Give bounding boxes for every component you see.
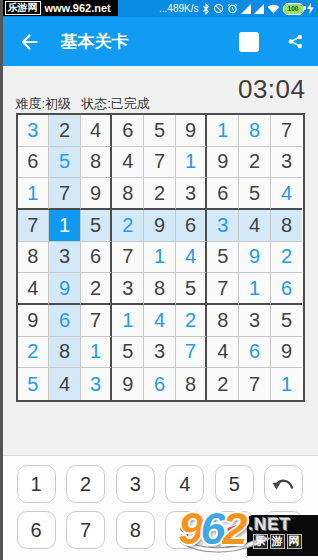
cell-r3c5[interactable]: 2 — [144, 178, 176, 210]
cell-r3c7[interactable]: 6 — [207, 178, 239, 210]
wifi-icon — [267, 4, 280, 14]
cell-r5c6[interactable]: 4 — [176, 242, 208, 274]
pad-button-6[interactable]: 6 — [17, 511, 56, 549]
cell-r2c7[interactable]: 9 — [207, 147, 239, 179]
cell-r7c3[interactable]: 7 — [81, 305, 113, 337]
cell-r4c9[interactable]: 8 — [271, 210, 303, 242]
pad-button-5[interactable]: 5 — [215, 465, 254, 503]
cell-r6c3[interactable]: 2 — [81, 273, 113, 305]
do-not-disturb-icon — [213, 3, 224, 14]
cell-r1c3[interactable]: 4 — [81, 115, 113, 147]
watermark-site-text: 乐游网 — [253, 534, 304, 549]
pad-button-4[interactable]: 4 — [165, 465, 204, 503]
cell-r6c2[interactable]: 9 — [49, 273, 81, 305]
cell-r5c7[interactable]: 5 — [207, 242, 239, 274]
cell-r1c5[interactable]: 5 — [144, 115, 176, 147]
cell-r2c6[interactable]: 1 — [176, 147, 208, 179]
cell-r8c5[interactable]: 3 — [144, 337, 176, 369]
app-bar: 基本关卡 — [3, 17, 318, 66]
cell-r3c1[interactable]: 1 — [18, 178, 50, 210]
cell-r8c6[interactable]: 7 — [176, 337, 208, 369]
cell-r2c1[interactable]: 6 — [18, 147, 50, 179]
level-grid-icon[interactable] — [239, 32, 259, 52]
cell-r2c2[interactable]: 5 — [49, 147, 81, 179]
cell-r1c4[interactable]: 6 — [112, 115, 144, 147]
pad-button-3[interactable]: 3 — [116, 465, 155, 503]
cell-r3c4[interactable]: 8 — [112, 178, 144, 210]
cell-r3c6[interactable]: 3 — [176, 178, 208, 210]
cell-r7c2[interactable]: 6 — [49, 305, 81, 337]
battery-level: 100 — [288, 5, 299, 12]
game-info: 难度:初级状态:已完成 — [16, 95, 160, 113]
difficulty-label: 难度:初级 — [16, 96, 72, 111]
cell-r7c4[interactable]: 1 — [112, 305, 144, 337]
cell-r3c9[interactable]: 4 — [271, 178, 303, 210]
signal-icon-sim2 — [254, 4, 264, 14]
cell-r9c3[interactable]: 3 — [81, 368, 113, 400]
cell-r8c9[interactable]: 9 — [271, 337, 303, 369]
watermark-top: 乐游网 www.962.net — [3, 0, 118, 16]
cell-r4c7[interactable]: 3 — [207, 210, 239, 242]
cell-r9c7[interactable]: 2 — [207, 368, 239, 400]
cell-r5c3[interactable]: 6 — [81, 242, 113, 274]
cell-r4c5[interactable]: 9 — [144, 210, 176, 242]
signal-icon-sim1 — [241, 4, 251, 14]
cell-r5c1[interactable]: 8 — [18, 242, 50, 274]
undo-arrow-icon — [272, 476, 296, 493]
watermark-bottom: 962 .NET 乐游网 — [177, 508, 318, 556]
cell-r2c3[interactable]: 8 — [81, 147, 113, 179]
number-pad-row-1: 12345 — [17, 465, 304, 503]
cell-r5c5[interactable]: 1 — [144, 242, 176, 274]
cell-r9c2[interactable]: 4 — [49, 368, 81, 400]
cell-r5c2[interactable]: 3 — [49, 242, 81, 274]
cell-r2c8[interactable]: 2 — [239, 147, 271, 179]
cell-r9c5[interactable]: 6 — [144, 368, 176, 400]
cell-r5c8[interactable]: 9 — [239, 242, 271, 274]
cell-r9c6[interactable]: 8 — [176, 368, 208, 400]
charging-icon — [307, 3, 314, 14]
cell-r6c1[interactable]: 4 — [18, 273, 50, 305]
cell-r8c1[interactable]: 2 — [18, 337, 50, 369]
cell-r9c8[interactable]: 7 — [239, 368, 271, 400]
watermark-url-text: www.962.net — [45, 2, 111, 14]
cell-r8c3[interactable]: 1 — [81, 337, 113, 369]
pad-button-2[interactable]: 2 — [66, 465, 105, 503]
cell-r7c1[interactable]: 9 — [18, 305, 50, 337]
cell-r7c8[interactable]: 3 — [239, 305, 271, 337]
cell-r3c3[interactable]: 9 — [81, 178, 113, 210]
cell-r9c4[interactable]: 9 — [112, 368, 144, 400]
cell-r2c9[interactable]: 3 — [271, 147, 303, 179]
cell-r8c8[interactable]: 6 — [239, 337, 271, 369]
cell-r7c9[interactable]: 5 — [271, 305, 303, 337]
cell-r3c2[interactable]: 7 — [49, 178, 81, 210]
cell-r4c2[interactable]: 1 — [49, 210, 81, 242]
network-speed-text: ...489K/s — [159, 4, 198, 14]
cell-r7c5[interactable]: 4 — [144, 305, 176, 337]
back-button[interactable] — [17, 31, 39, 53]
page-title: 基本关卡 — [61, 30, 239, 53]
status-label: 状态:已完成 — [81, 96, 150, 111]
cell-r4c8[interactable]: 4 — [239, 210, 271, 242]
battery-icon: 100 — [283, 3, 304, 15]
cell-r8c7[interactable]: 4 — [207, 337, 239, 369]
watermark-site-badge: 乐游网 — [5, 1, 41, 15]
cell-r7c7[interactable]: 8 — [207, 305, 239, 337]
alarm-icon — [227, 3, 238, 14]
sudoku-board: 3246591876584719231798236547152963488367… — [16, 113, 305, 402]
watermark-962-text: 962 — [179, 505, 245, 553]
cell-r6c5[interactable]: 8 — [144, 273, 176, 305]
cell-r8c4[interactable]: 5 — [112, 337, 144, 369]
cell-r5c9[interactable]: 2 — [271, 242, 303, 274]
cell-r3c8[interactable]: 5 — [239, 178, 271, 210]
cell-r4c6[interactable]: 6 — [176, 210, 208, 242]
cell-r4c1[interactable]: 7 — [18, 210, 50, 242]
cell-r1c2[interactable]: 2 — [49, 115, 81, 147]
cell-r4c4[interactable]: 2 — [112, 210, 144, 242]
cell-r6c9[interactable]: 6 — [271, 273, 303, 305]
cell-r1c6[interactable]: 9 — [176, 115, 208, 147]
watermark-net-text: .NET — [249, 515, 292, 535]
cell-r9c1[interactable]: 5 — [18, 368, 50, 400]
cell-r1c7[interactable]: 1 — [207, 115, 239, 147]
cell-r2c4[interactable]: 4 — [112, 147, 144, 179]
cell-r4c3[interactable]: 5 — [81, 210, 113, 242]
cell-r6c4[interactable]: 3 — [112, 273, 144, 305]
undo-button[interactable] — [264, 465, 303, 503]
pad-button-1[interactable]: 1 — [17, 465, 56, 503]
pad-button-7[interactable]: 7 — [66, 511, 105, 549]
cell-r1c1[interactable]: 3 — [18, 115, 50, 147]
cell-r8c2[interactable]: 8 — [49, 337, 81, 369]
cell-r1c8[interactable]: 8 — [239, 115, 271, 147]
cell-r7c6[interactable]: 2 — [176, 305, 208, 337]
cell-r6c8[interactable]: 1 — [239, 273, 271, 305]
share-icon[interactable] — [287, 33, 304, 50]
timer-display: 03:04 — [238, 74, 306, 105]
pad-button-8[interactable]: 8 — [116, 511, 155, 549]
bluetooth-icon — [202, 3, 210, 15]
cell-r1c9[interactable]: 7 — [271, 115, 303, 147]
cell-r9c9[interactable]: 1 — [271, 368, 303, 400]
cell-r5c4[interactable]: 7 — [112, 242, 144, 274]
cell-r6c6[interactable]: 5 — [176, 273, 208, 305]
cell-r2c5[interactable]: 7 — [144, 147, 176, 179]
screen: ...489K/s 100 乐游网 www.962.net 基本关卡 难度:初级… — [3, 0, 318, 560]
cell-r6c7[interactable]: 7 — [207, 273, 239, 305]
